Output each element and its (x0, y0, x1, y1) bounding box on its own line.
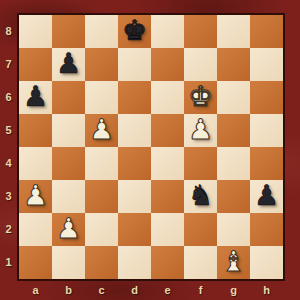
square-a7[interactable] (19, 48, 52, 81)
file-label-b: b (52, 281, 85, 299)
rank-label-3: 3 (0, 180, 17, 213)
chess-board: ♚♟♟♚♟♟♟♞♟♟♝ (19, 15, 283, 279)
square-d2[interactable] (118, 213, 151, 246)
square-h6[interactable] (250, 81, 283, 114)
square-e5[interactable] (151, 114, 184, 147)
square-c8[interactable] (85, 15, 118, 48)
square-h5[interactable] (250, 114, 283, 147)
square-g2[interactable] (217, 213, 250, 246)
square-e1[interactable] (151, 246, 184, 279)
file-label-c: c (85, 281, 118, 299)
square-g6[interactable] (217, 81, 250, 114)
rank-label-5: 5 (0, 114, 17, 147)
square-h2[interactable] (250, 213, 283, 246)
rank-label-7: 7 (0, 48, 17, 81)
square-b3[interactable] (52, 180, 85, 213)
square-c4[interactable] (85, 147, 118, 180)
square-d3[interactable] (118, 180, 151, 213)
square-a1[interactable] (19, 246, 52, 279)
square-b5[interactable] (52, 114, 85, 147)
square-g8[interactable] (217, 15, 250, 48)
file-label-g: g (217, 281, 250, 299)
square-e2[interactable] (151, 213, 184, 246)
square-c2[interactable] (85, 213, 118, 246)
square-f5[interactable]: ♟ (184, 114, 217, 147)
white-bishop-g1[interactable]: ♝ (221, 248, 246, 276)
square-c5[interactable]: ♟ (85, 114, 118, 147)
square-c6[interactable] (85, 81, 118, 114)
square-c3[interactable] (85, 180, 118, 213)
black-king-d8[interactable]: ♚ (122, 17, 147, 45)
square-a6[interactable]: ♟ (19, 81, 52, 114)
white-pawn-f5[interactable]: ♟ (188, 116, 213, 144)
file-label-h: h (250, 281, 283, 299)
square-d7[interactable] (118, 48, 151, 81)
white-pawn-c5[interactable]: ♟ (89, 116, 114, 144)
square-b6[interactable] (52, 81, 85, 114)
black-pawn-h3[interactable]: ♟ (254, 182, 279, 210)
square-d5[interactable] (118, 114, 151, 147)
square-b4[interactable] (52, 147, 85, 180)
file-label-a: a (19, 281, 52, 299)
square-g5[interactable] (217, 114, 250, 147)
square-g1[interactable]: ♝ (217, 246, 250, 279)
square-a2[interactable] (19, 213, 52, 246)
black-pawn-a6[interactable]: ♟ (23, 83, 48, 111)
rank-label-1: 1 (0, 246, 17, 279)
square-f4[interactable] (184, 147, 217, 180)
square-g7[interactable] (217, 48, 250, 81)
square-d1[interactable] (118, 246, 151, 279)
square-b7[interactable]: ♟ (52, 48, 85, 81)
square-e8[interactable] (151, 15, 184, 48)
rank-label-2: 2 (0, 213, 17, 246)
square-h7[interactable] (250, 48, 283, 81)
rank-label-6: 6 (0, 81, 17, 114)
chessboard-widget: ♚♟♟♚♟♟♟♞♟♟♝ 87654321 abcdefgh (0, 0, 300, 300)
black-pawn-b7[interactable]: ♟ (56, 50, 81, 78)
square-b8[interactable] (52, 15, 85, 48)
square-h8[interactable] (250, 15, 283, 48)
square-f1[interactable] (184, 246, 217, 279)
square-d8[interactable]: ♚ (118, 15, 151, 48)
file-label-e: e (151, 281, 184, 299)
square-c1[interactable] (85, 246, 118, 279)
square-f3[interactable]: ♞ (184, 180, 217, 213)
square-f7[interactable] (184, 48, 217, 81)
white-pawn-b2[interactable]: ♟ (56, 215, 81, 243)
square-d6[interactable] (118, 81, 151, 114)
square-b1[interactable] (52, 246, 85, 279)
black-knight-f3[interactable]: ♞ (188, 182, 213, 210)
square-a4[interactable] (19, 147, 52, 180)
square-h3[interactable]: ♟ (250, 180, 283, 213)
square-b2[interactable]: ♟ (52, 213, 85, 246)
square-e6[interactable] (151, 81, 184, 114)
white-king-f6[interactable]: ♚ (188, 83, 213, 111)
rank-label-8: 8 (0, 15, 17, 48)
square-e3[interactable] (151, 180, 184, 213)
square-a3[interactable]: ♟ (19, 180, 52, 213)
square-g4[interactable] (217, 147, 250, 180)
square-h4[interactable] (250, 147, 283, 180)
square-e4[interactable] (151, 147, 184, 180)
square-f6[interactable]: ♚ (184, 81, 217, 114)
square-h1[interactable] (250, 246, 283, 279)
file-label-d: d (118, 281, 151, 299)
square-a8[interactable] (19, 15, 52, 48)
file-label-f: f (184, 281, 217, 299)
square-g3[interactable] (217, 180, 250, 213)
square-d4[interactable] (118, 147, 151, 180)
square-f2[interactable] (184, 213, 217, 246)
square-f8[interactable] (184, 15, 217, 48)
square-c7[interactable] (85, 48, 118, 81)
white-pawn-a3[interactable]: ♟ (23, 182, 48, 210)
rank-label-4: 4 (0, 147, 17, 180)
square-a5[interactable] (19, 114, 52, 147)
square-e7[interactable] (151, 48, 184, 81)
